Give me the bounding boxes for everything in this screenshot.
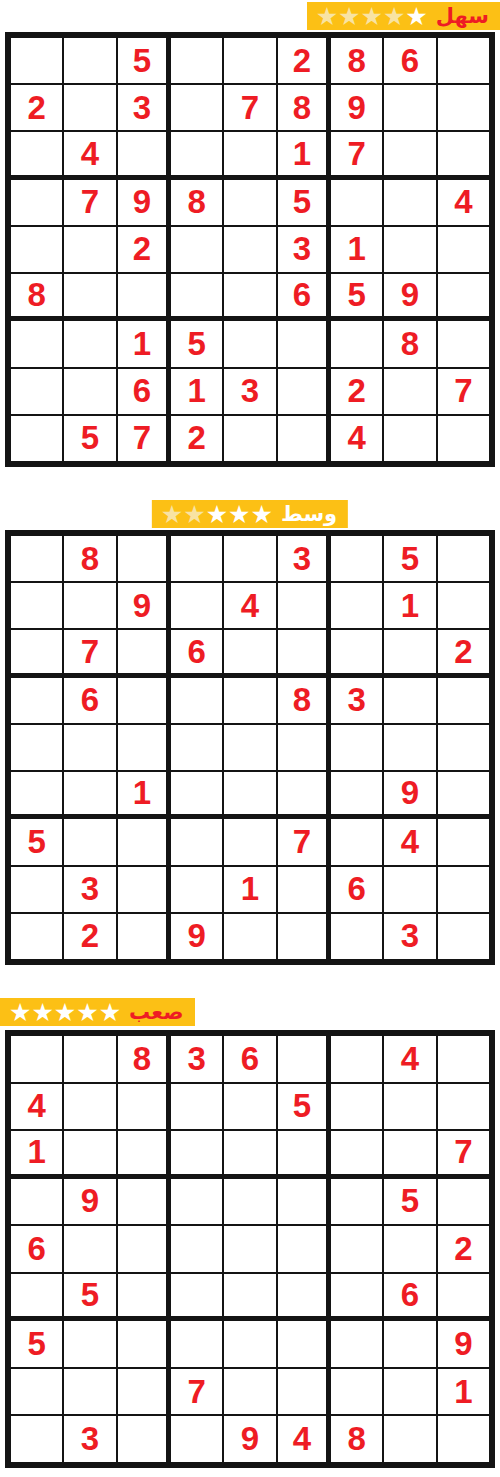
sudoku-cell[interactable] [117,1083,170,1131]
sudoku-cell[interactable]: 6 [117,368,170,415]
sudoku-cell[interactable] [63,582,116,629]
sudoku-cell[interactable] [117,866,170,913]
sudoku-cell[interactable] [330,179,383,226]
sudoku-cell[interactable] [383,677,436,724]
sudoku-cell[interactable] [383,368,436,415]
sudoku-cell[interactable]: 9 [63,1178,116,1226]
sudoku-cell[interactable] [277,1130,330,1178]
sudoku-cell[interactable] [223,535,276,582]
sudoku-cell[interactable]: 8 [10,273,63,320]
sudoku-cell[interactable] [170,1178,223,1226]
sudoku-cell[interactable] [170,535,223,582]
sudoku-cell[interactable] [330,724,383,771]
sudoku-cell[interactable]: 9 [170,913,223,960]
sudoku-cell[interactable] [63,368,116,415]
sudoku-cell[interactable] [223,1225,276,1273]
sudoku-cell[interactable]: 7 [117,415,170,462]
sudoku-cell[interactable] [117,535,170,582]
sudoku-cell[interactable]: 6 [10,1225,63,1273]
sudoku-cell[interactable]: 1 [330,226,383,273]
sudoku-cell[interactable] [277,582,330,629]
star-empty-icon: ★ [316,2,338,31]
sudoku-cell[interactable] [10,179,63,226]
sudoku-cell[interactable] [437,1273,490,1321]
sudoku-cell[interactable] [277,1035,330,1083]
sudoku-cell[interactable]: 5 [330,273,383,320]
star-rating: ★★★★★ [9,1000,121,1025]
sudoku-cell[interactable] [223,273,276,320]
sudoku-cell[interactable] [383,866,436,913]
sudoku-cell[interactable] [117,1178,170,1226]
sudoku-cell[interactable]: 2 [437,629,490,676]
sudoku-cell[interactable]: 7 [437,1130,490,1178]
sudoku-cell[interactable]: 3 [330,677,383,724]
sudoku-cell[interactable]: 4 [383,1035,436,1083]
sudoku-cell[interactable]: 9 [330,84,383,131]
sudoku-cell[interactable] [437,1035,490,1083]
sudoku-cell[interactable]: 5 [277,179,330,226]
sudoku-grid: 8364451795625659713948 [5,1030,495,1468]
sudoku-cell[interactable]: 1 [117,320,170,367]
sudoku-cell[interactable] [117,677,170,724]
star-filled-icon: ★ [31,998,53,1027]
sudoku-cell[interactable] [117,818,170,865]
sudoku-cell[interactable]: 9 [383,771,436,818]
sudoku-cell[interactable] [277,320,330,367]
sudoku-cell[interactable] [10,582,63,629]
sudoku-cell[interactable]: 3 [117,84,170,131]
sudoku-cell[interactable] [170,1415,223,1463]
sudoku-cell[interactable]: 7 [437,368,490,415]
sudoku-cell[interactable] [437,1178,490,1226]
sudoku-cell[interactable] [10,629,63,676]
sudoku-cell[interactable]: 6 [170,629,223,676]
sudoku-cell[interactable] [170,866,223,913]
sudoku-cell[interactable] [277,1178,330,1226]
star-filled-icon: ★ [251,500,273,529]
sudoku-cell[interactable]: 4 [330,415,383,462]
sudoku-cell[interactable] [277,1368,330,1416]
sudoku-cell[interactable] [10,320,63,367]
sudoku-cell[interactable] [170,37,223,84]
sudoku-cell[interactable] [170,1130,223,1178]
sudoku-cell[interactable] [383,1225,436,1273]
sudoku-cell[interactable] [170,771,223,818]
sudoku-cell[interactable] [277,415,330,462]
sudoku-cell[interactable] [63,226,116,273]
sudoku-cell[interactable]: 2 [63,913,116,960]
sudoku-cell[interactable] [437,818,490,865]
sudoku-cell[interactable]: 2 [330,368,383,415]
sudoku-cell[interactable]: 6 [330,866,383,913]
difficulty-header-medium: ★★★★★ وسط [152,500,348,528]
sudoku-cell[interactable]: 3 [223,368,276,415]
sudoku-cell[interactable] [383,84,436,131]
star-rating: ★★★★★ [316,4,428,29]
sudoku-cell[interactable] [170,1273,223,1321]
sudoku-cell[interactable] [330,1130,383,1178]
sudoku-cell[interactable] [10,1273,63,1321]
sudoku-cell[interactable] [117,629,170,676]
sudoku-cell[interactable] [63,1130,116,1178]
sudoku-cell[interactable] [117,131,170,178]
sudoku-cell[interactable]: 7 [63,179,116,226]
sudoku-cell[interactable] [63,84,116,131]
sudoku-cell[interactable] [223,415,276,462]
sudoku-cell[interactable] [437,771,490,818]
star-empty-icon: ★ [360,2,382,31]
sudoku-cell[interactable] [330,1273,383,1321]
sudoku-cell[interactable] [10,771,63,818]
sudoku-cell[interactable] [437,582,490,629]
sudoku-cell[interactable]: 8 [117,1035,170,1083]
sudoku-cell[interactable]: 5 [170,320,223,367]
star-empty-icon: ★ [161,500,183,529]
sudoku-cell[interactable]: 1 [10,1130,63,1178]
sudoku-cell[interactable]: 3 [277,535,330,582]
star-filled-icon: ★ [228,500,250,529]
sudoku-cell[interactable] [223,1178,276,1226]
sudoku-cell[interactable]: 5 [383,535,436,582]
sudoku-cell[interactable] [223,320,276,367]
sudoku-cell[interactable]: 2 [170,415,223,462]
sudoku-cell[interactable] [330,818,383,865]
sudoku-cell[interactable] [383,1320,436,1368]
sudoku-cell[interactable] [330,535,383,582]
sudoku-cell[interactable]: 8 [330,1415,383,1463]
sudoku-cell[interactable] [10,677,63,724]
sudoku-grid: 83594176268319574316293 [5,530,495,965]
sudoku-cell[interactable] [10,415,63,462]
sudoku-cell[interactable] [223,37,276,84]
sudoku-cell[interactable] [63,320,116,367]
sudoku-cell[interactable] [10,1178,63,1226]
star-empty-icon: ★ [383,2,405,31]
sudoku-cell[interactable]: 2 [10,84,63,131]
sudoku-cell[interactable] [170,582,223,629]
sudoku-cell[interactable] [223,677,276,724]
sudoku-cell[interactable] [10,724,63,771]
sudoku-cell[interactable] [383,1415,436,1463]
sudoku-cell[interactable] [223,1320,276,1368]
sudoku-cell[interactable]: 1 [170,368,223,415]
sudoku-cell[interactable] [383,1130,436,1178]
sudoku-cell[interactable] [170,1083,223,1131]
sudoku-cell[interactable] [117,1273,170,1321]
star-filled-icon: ★ [54,998,76,1027]
sudoku-cell[interactable]: 7 [170,1368,223,1416]
sudoku-cell[interactable]: 7 [63,629,116,676]
sudoku-cell[interactable] [277,1225,330,1273]
sudoku-cell[interactable] [277,1273,330,1321]
sudoku-cell[interactable] [277,368,330,415]
difficulty-label: سهل [436,6,489,27]
sudoku-cell[interactable] [383,1368,436,1416]
sudoku-cell[interactable]: 3 [277,226,330,273]
sudoku-cell[interactable]: 9 [117,582,170,629]
sudoku-cell[interactable] [437,913,490,960]
sudoku-cell[interactable]: 8 [277,677,330,724]
sudoku-cell[interactable] [10,913,63,960]
sudoku-cell[interactable] [117,1368,170,1416]
sudoku-cell[interactable]: 4 [223,582,276,629]
sudoku-cell[interactable] [437,1083,490,1131]
sudoku-cell[interactable] [117,1415,170,1463]
sudoku-cell[interactable]: 6 [383,37,436,84]
sudoku-cell[interactable] [117,273,170,320]
sudoku-cell[interactable]: 7 [330,131,383,178]
sudoku-cell[interactable] [10,131,63,178]
sudoku-cell[interactable]: 2 [437,1225,490,1273]
sudoku-cell[interactable] [437,866,490,913]
difficulty-header-hard: ★★★★★ صعب [0,998,195,1026]
sudoku-cell[interactable]: 3 [383,913,436,960]
sudoku-cell[interactable]: 5 [63,415,116,462]
sudoku-cell[interactable]: 9 [383,273,436,320]
sudoku-cell[interactable] [63,1035,116,1083]
sudoku-cell[interactable]: 1 [117,771,170,818]
sudoku-cell[interactable] [223,771,276,818]
sudoku-cell[interactable] [223,629,276,676]
sudoku-cell[interactable] [223,1083,276,1131]
sudoku-cell[interactable] [223,179,276,226]
page: ★★★★★ سهل 528623789417798542318659158613… [0,0,500,1477]
star-rating: ★★★★★ [161,502,273,527]
sudoku-cell[interactable]: 4 [383,818,436,865]
star-filled-icon: ★ [99,998,121,1027]
sudoku-cell[interactable] [223,913,276,960]
sudoku-cell[interactable] [223,1130,276,1178]
sudoku-cell[interactable] [437,226,490,273]
sudoku-cell[interactable] [10,1035,63,1083]
sudoku-cell[interactable] [330,1083,383,1131]
sudoku-cell[interactable] [437,131,490,178]
sudoku-cell[interactable]: 8 [170,179,223,226]
sudoku-cell[interactable] [330,582,383,629]
sudoku-cell[interactable] [63,818,116,865]
sudoku-cell[interactable] [223,818,276,865]
sudoku-cell[interactable] [63,1083,116,1131]
sudoku-cell[interactable] [330,1035,383,1083]
sudoku-cell[interactable]: 1 [437,1368,490,1416]
sudoku-cell[interactable] [170,1320,223,1368]
star-empty-icon: ★ [183,500,205,529]
sudoku-cell[interactable]: 3 [63,1415,116,1463]
sudoku-cell[interactable] [170,226,223,273]
sudoku-cell[interactable]: 1 [277,131,330,178]
sudoku-cell[interactable]: 4 [10,1083,63,1131]
sudoku-cell[interactable]: 8 [63,535,116,582]
sudoku-cell[interactable] [170,1225,223,1273]
sudoku-cell[interactable] [63,1225,116,1273]
sudoku-cell[interactable] [383,724,436,771]
sudoku-cell[interactable] [63,37,116,84]
sudoku-cell[interactable]: 4 [63,131,116,178]
sudoku-cell[interactable] [223,1368,276,1416]
sudoku-cell[interactable] [63,273,116,320]
sudoku-cell[interactable] [117,724,170,771]
sudoku-cell[interactable]: 8 [330,37,383,84]
sudoku-cell[interactable]: 3 [63,866,116,913]
sudoku-cell[interactable]: 5 [277,1083,330,1131]
sudoku-cell[interactable]: 4 [437,179,490,226]
sudoku-cell[interactable] [383,226,436,273]
sudoku-cell[interactable] [10,1368,63,1416]
sudoku-cell[interactable] [170,84,223,131]
sudoku-cell[interactable] [437,677,490,724]
star-empty-icon: ★ [338,2,360,31]
sudoku-cell[interactable]: 9 [223,1415,276,1463]
star-filled-icon: ★ [206,500,228,529]
sudoku-cell[interactable] [117,1320,170,1368]
sudoku-cell[interactable]: 5 [10,1320,63,1368]
sudoku-cell[interactable] [437,84,490,131]
sudoku-cell[interactable] [330,771,383,818]
sudoku-cell[interactable]: 2 [117,226,170,273]
sudoku-cell[interactable] [170,273,223,320]
sudoku-cell[interactable] [10,535,63,582]
sudoku-cell[interactable]: 5 [383,1178,436,1226]
sudoku-cell[interactable]: 5 [63,1273,116,1321]
sudoku-cell[interactable] [63,724,116,771]
sudoku-cell[interactable] [277,913,330,960]
sudoku-cell[interactable] [330,629,383,676]
difficulty-label: صعب [129,1002,183,1023]
sudoku-cell[interactable]: 6 [63,677,116,724]
sudoku-cell[interactable] [10,368,63,415]
sudoku-cell[interactable] [330,1320,383,1368]
sudoku-cell[interactable] [383,179,436,226]
sudoku-cell[interactable] [437,535,490,582]
sudoku-cell[interactable]: 5 [117,37,170,84]
sudoku-cell[interactable] [277,866,330,913]
sudoku-cell[interactable] [383,131,436,178]
sudoku-cell[interactable]: 8 [277,84,330,131]
sudoku-cell[interactable] [170,131,223,178]
sudoku-cell[interactable]: 5 [10,818,63,865]
sudoku-cell[interactable] [383,415,436,462]
sudoku-cell[interactable] [10,866,63,913]
sudoku-cell[interactable] [117,913,170,960]
sudoku-cell[interactable] [223,724,276,771]
sudoku-cell[interactable] [437,724,490,771]
sudoku-cell[interactable] [170,818,223,865]
sudoku-cell[interactable] [63,1320,116,1368]
sudoku-cell[interactable]: 7 [223,84,276,131]
sudoku-cell[interactable] [330,320,383,367]
sudoku-cell[interactable] [117,1130,170,1178]
sudoku-cell[interactable]: 4 [277,1415,330,1463]
sudoku-cell[interactable] [437,37,490,84]
sudoku-cell[interactable] [10,1415,63,1463]
star-filled-icon: ★ [76,998,98,1027]
difficulty-label: وسط [281,504,337,525]
sudoku-cell[interactable] [437,320,490,367]
sudoku-cell[interactable] [63,1368,116,1416]
sudoku-cell[interactable] [117,1225,170,1273]
sudoku-cell[interactable] [63,771,116,818]
sudoku-cell[interactable] [437,1415,490,1463]
sudoku-cell[interactable]: 6 [383,1273,436,1321]
sudoku-cell[interactable] [277,771,330,818]
sudoku-cell[interactable]: 7 [277,818,330,865]
sudoku-cell[interactable] [330,1368,383,1416]
sudoku-cell[interactable]: 1 [223,866,276,913]
sudoku-cell[interactable] [223,131,276,178]
sudoku-cell[interactable] [383,1083,436,1131]
sudoku-cell[interactable] [223,226,276,273]
sudoku-cell[interactable] [170,724,223,771]
sudoku-cell[interactable] [10,226,63,273]
sudoku-cell[interactable]: 3 [170,1035,223,1083]
star-filled-icon: ★ [405,2,427,31]
sudoku-cell[interactable]: 1 [383,582,436,629]
sudoku-cell[interactable]: 2 [277,37,330,84]
sudoku-cell[interactable] [223,1273,276,1321]
sudoku-grid: 528623789417798542318659158613275724 [5,32,495,467]
sudoku-cell[interactable] [330,1225,383,1273]
sudoku-cell[interactable] [437,273,490,320]
star-filled-icon: ★ [9,998,31,1027]
sudoku-cell[interactable] [437,415,490,462]
sudoku-cell[interactable] [330,1178,383,1226]
sudoku-cell[interactable] [10,37,63,84]
sudoku-cell[interactable]: 8 [383,320,436,367]
sudoku-cell[interactable]: 6 [223,1035,276,1083]
sudoku-cell[interactable] [277,1320,330,1368]
sudoku-cell[interactable] [330,913,383,960]
sudoku-cell[interactable] [277,724,330,771]
difficulty-header-easy: ★★★★★ سهل [307,2,500,30]
sudoku-cell[interactable]: 9 [117,179,170,226]
sudoku-cell[interactable] [383,629,436,676]
sudoku-cell[interactable]: 9 [437,1320,490,1368]
sudoku-cell[interactable] [170,677,223,724]
sudoku-cell[interactable] [277,629,330,676]
sudoku-cell[interactable]: 6 [277,273,330,320]
